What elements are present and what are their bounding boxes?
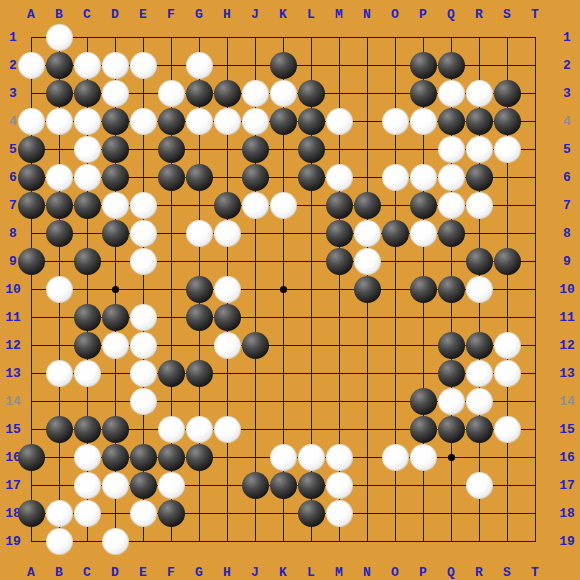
black-stone-E16[interactable]	[130, 444, 157, 471]
black-stone-D11[interactable]	[102, 304, 129, 331]
bottom-col-label-E: E	[139, 565, 147, 580]
bottom-col-label-H: H	[223, 565, 231, 580]
white-stone-E18[interactable]	[130, 500, 157, 527]
white-stone-C16[interactable]	[74, 444, 101, 471]
black-stone-R6[interactable]	[466, 164, 493, 191]
left-row-label-10: 10	[5, 282, 21, 297]
black-stone-P3[interactable]	[410, 80, 437, 107]
left-row-label-15: 15	[5, 422, 21, 437]
left-row-label-3: 3	[9, 86, 17, 101]
white-stone-B10[interactable]	[46, 276, 73, 303]
top-col-label-A: A	[27, 7, 35, 22]
white-stone-E8[interactable]	[130, 220, 157, 247]
white-stone-Q7[interactable]	[438, 192, 465, 219]
white-stone-G4[interactable]	[186, 108, 213, 135]
right-row-label-2: 2	[563, 58, 571, 73]
left-row-label-11: 11	[5, 310, 21, 325]
bottom-col-label-F: F	[167, 565, 175, 580]
black-stone-C3[interactable]	[74, 80, 101, 107]
black-stone-C7[interactable]	[74, 192, 101, 219]
black-stone-D8[interactable]	[102, 220, 129, 247]
top-col-label-N: N	[363, 7, 371, 22]
white-stone-C2[interactable]	[74, 52, 101, 79]
black-stone-G11[interactable]	[186, 304, 213, 331]
black-stone-F6[interactable]	[158, 164, 185, 191]
white-stone-S15[interactable]	[494, 416, 521, 443]
white-stone-E7[interactable]	[130, 192, 157, 219]
white-stone-P4[interactable]	[410, 108, 437, 135]
bottom-col-label-A: A	[27, 565, 35, 580]
white-stone-P6[interactable]	[410, 164, 437, 191]
hoshi-point	[112, 286, 119, 293]
top-col-label-O: O	[391, 7, 399, 22]
right-row-label-14: 14	[559, 394, 575, 409]
right-row-label-13: 13	[559, 366, 575, 381]
black-stone-D5[interactable]	[102, 136, 129, 163]
white-stone-D17[interactable]	[102, 472, 129, 499]
black-stone-D15[interactable]	[102, 416, 129, 443]
hoshi-point	[280, 286, 287, 293]
bottom-col-label-R: R	[475, 565, 483, 580]
white-stone-S12[interactable]	[494, 332, 521, 359]
top-col-label-C: C	[83, 7, 91, 22]
black-stone-B8[interactable]	[46, 220, 73, 247]
top-col-label-R: R	[475, 7, 483, 22]
black-stone-A5[interactable]	[18, 136, 45, 163]
black-stone-P7[interactable]	[410, 192, 437, 219]
white-stone-M18[interactable]	[326, 500, 353, 527]
black-stone-N7[interactable]	[354, 192, 381, 219]
white-stone-D3[interactable]	[102, 80, 129, 107]
go-board[interactable]: AABBCCDDEEFFGGHHJJKKLLMMNNOOPPQQRRSSTT11…	[0, 0, 580, 580]
top-col-label-G: G	[195, 7, 203, 22]
right-row-label-5: 5	[563, 142, 571, 157]
right-row-label-6: 6	[563, 170, 571, 185]
white-stone-C5[interactable]	[74, 136, 101, 163]
top-col-label-D: D	[111, 7, 119, 22]
black-stone-B2[interactable]	[46, 52, 73, 79]
right-row-label-3: 3	[563, 86, 571, 101]
black-stone-J17[interactable]	[242, 472, 269, 499]
white-stone-B19[interactable]	[46, 528, 73, 555]
white-stone-Q3[interactable]	[438, 80, 465, 107]
white-stone-S5[interactable]	[494, 136, 521, 163]
white-stone-A4[interactable]	[18, 108, 45, 135]
left-row-label-7: 7	[9, 198, 17, 213]
white-stone-J4[interactable]	[242, 108, 269, 135]
white-stone-K3[interactable]	[270, 80, 297, 107]
black-stone-J5[interactable]	[242, 136, 269, 163]
black-stone-H11[interactable]	[214, 304, 241, 331]
white-stone-P8[interactable]	[410, 220, 437, 247]
black-stone-Q2[interactable]	[438, 52, 465, 79]
white-stone-D7[interactable]	[102, 192, 129, 219]
white-stone-O4[interactable]	[382, 108, 409, 135]
white-stone-C17[interactable]	[74, 472, 101, 499]
white-stone-B18[interactable]	[46, 500, 73, 527]
white-stone-E12[interactable]	[130, 332, 157, 359]
left-row-label-6: 6	[9, 170, 17, 185]
hoshi-point	[448, 454, 455, 461]
right-row-label-9: 9	[563, 254, 571, 269]
black-stone-M7[interactable]	[326, 192, 353, 219]
bottom-col-label-D: D	[111, 565, 119, 580]
black-stone-H7[interactable]	[214, 192, 241, 219]
bottom-col-label-C: C	[83, 565, 91, 580]
black-stone-L6[interactable]	[298, 164, 325, 191]
black-stone-R12[interactable]	[466, 332, 493, 359]
black-stone-K17[interactable]	[270, 472, 297, 499]
white-stone-E14[interactable]	[130, 388, 157, 415]
bottom-col-label-K: K	[279, 565, 287, 580]
black-stone-S3[interactable]	[494, 80, 521, 107]
black-stone-Q4[interactable]	[438, 108, 465, 135]
bottom-col-label-Q: Q	[447, 565, 455, 580]
black-stone-Q13[interactable]	[438, 360, 465, 387]
grid-line-vertical	[535, 37, 536, 542]
bottom-col-label-J: J	[251, 565, 259, 580]
white-stone-H10[interactable]	[214, 276, 241, 303]
right-row-label-12: 12	[559, 338, 575, 353]
white-stone-M16[interactable]	[326, 444, 353, 471]
white-stone-E4[interactable]	[130, 108, 157, 135]
bottom-col-label-P: P	[419, 565, 427, 580]
black-stone-R15[interactable]	[466, 416, 493, 443]
top-col-label-K: K	[279, 7, 287, 22]
white-stone-Q6[interactable]	[438, 164, 465, 191]
white-stone-C18[interactable]	[74, 500, 101, 527]
white-stone-R14[interactable]	[466, 388, 493, 415]
top-col-label-E: E	[139, 7, 147, 22]
top-col-label-H: H	[223, 7, 231, 22]
top-col-label-T: T	[531, 7, 539, 22]
bottom-col-label-T: T	[531, 565, 539, 580]
black-stone-D16[interactable]	[102, 444, 129, 471]
white-stone-D12[interactable]	[102, 332, 129, 359]
left-row-label-2: 2	[9, 58, 17, 73]
black-stone-Q10[interactable]	[438, 276, 465, 303]
top-col-label-P: P	[419, 7, 427, 22]
black-stone-O8[interactable]	[382, 220, 409, 247]
black-stone-C11[interactable]	[74, 304, 101, 331]
black-stone-S9[interactable]	[494, 248, 521, 275]
white-stone-A2[interactable]	[18, 52, 45, 79]
black-stone-A9[interactable]	[18, 248, 45, 275]
black-stone-R4[interactable]	[466, 108, 493, 135]
right-row-label-19: 19	[559, 534, 575, 549]
white-stone-M17[interactable]	[326, 472, 353, 499]
black-stone-Q8[interactable]	[438, 220, 465, 247]
white-stone-H8[interactable]	[214, 220, 241, 247]
white-stone-E11[interactable]	[130, 304, 157, 331]
black-stone-H3[interactable]	[214, 80, 241, 107]
black-stone-F16[interactable]	[158, 444, 185, 471]
bottom-col-label-G: G	[195, 565, 203, 580]
white-stone-R7[interactable]	[466, 192, 493, 219]
white-stone-B13[interactable]	[46, 360, 73, 387]
black-stone-L17[interactable]	[298, 472, 325, 499]
white-stone-N9[interactable]	[354, 248, 381, 275]
white-stone-O16[interactable]	[382, 444, 409, 471]
white-stone-F15[interactable]	[158, 416, 185, 443]
left-row-label-5: 5	[9, 142, 17, 157]
white-stone-J3[interactable]	[242, 80, 269, 107]
black-stone-F4[interactable]	[158, 108, 185, 135]
black-stone-N10[interactable]	[354, 276, 381, 303]
black-stone-K2[interactable]	[270, 52, 297, 79]
black-stone-K4[interactable]	[270, 108, 297, 135]
black-stone-C12[interactable]	[74, 332, 101, 359]
top-col-label-B: B	[55, 7, 63, 22]
white-stone-Q14[interactable]	[438, 388, 465, 415]
top-col-label-S: S	[503, 7, 511, 22]
right-row-label-17: 17	[559, 478, 575, 493]
black-stone-Q15[interactable]	[438, 416, 465, 443]
white-stone-R3[interactable]	[466, 80, 493, 107]
bottom-col-label-L: L	[307, 565, 315, 580]
right-row-label-4: 4	[563, 114, 571, 129]
black-stone-F13[interactable]	[158, 360, 185, 387]
black-stone-C15[interactable]	[74, 416, 101, 443]
right-row-label-8: 8	[563, 226, 571, 241]
white-stone-K7[interactable]	[270, 192, 297, 219]
top-col-label-J: J	[251, 7, 259, 22]
white-stone-G15[interactable]	[186, 416, 213, 443]
white-stone-J7[interactable]	[242, 192, 269, 219]
white-stone-B6[interactable]	[46, 164, 73, 191]
white-stone-E2[interactable]	[130, 52, 157, 79]
white-stone-C6[interactable]	[74, 164, 101, 191]
black-stone-C9[interactable]	[74, 248, 101, 275]
black-stone-L4[interactable]	[298, 108, 325, 135]
white-stone-F17[interactable]	[158, 472, 185, 499]
black-stone-D4[interactable]	[102, 108, 129, 135]
black-stone-G16[interactable]	[186, 444, 213, 471]
top-col-label-Q: Q	[447, 7, 455, 22]
white-stone-Q5[interactable]	[438, 136, 465, 163]
white-stone-S13[interactable]	[494, 360, 521, 387]
white-stone-M6[interactable]	[326, 164, 353, 191]
black-stone-L3[interactable]	[298, 80, 325, 107]
black-stone-D6[interactable]	[102, 164, 129, 191]
black-stone-P10[interactable]	[410, 276, 437, 303]
right-row-label-7: 7	[563, 198, 571, 213]
left-row-label-9: 9	[9, 254, 17, 269]
black-stone-R9[interactable]	[466, 248, 493, 275]
white-stone-R13[interactable]	[466, 360, 493, 387]
black-stone-L5[interactable]	[298, 136, 325, 163]
black-stone-B15[interactable]	[46, 416, 73, 443]
right-row-label-1: 1	[563, 30, 571, 45]
left-row-label-4: 4	[9, 114, 17, 129]
black-stone-A18[interactable]	[18, 500, 45, 527]
white-stone-B4[interactable]	[46, 108, 73, 135]
bottom-col-label-O: O	[391, 565, 399, 580]
black-stone-G13[interactable]	[186, 360, 213, 387]
right-row-label-15: 15	[559, 422, 575, 437]
white-stone-R17[interactable]	[466, 472, 493, 499]
black-stone-A7[interactable]	[18, 192, 45, 219]
right-row-label-16: 16	[559, 450, 575, 465]
white-stone-O6[interactable]	[382, 164, 409, 191]
black-stone-G6[interactable]	[186, 164, 213, 191]
black-stone-E17[interactable]	[130, 472, 157, 499]
left-row-label-13: 13	[5, 366, 21, 381]
white-stone-C4[interactable]	[74, 108, 101, 135]
black-stone-F18[interactable]	[158, 500, 185, 527]
left-row-label-8: 8	[9, 226, 17, 241]
white-stone-B1[interactable]	[46, 24, 73, 51]
right-row-label-18: 18	[559, 506, 575, 521]
white-stone-R5[interactable]	[466, 136, 493, 163]
black-stone-M9[interactable]	[326, 248, 353, 275]
black-stone-Q12[interactable]	[438, 332, 465, 359]
left-row-label-1: 1	[9, 30, 17, 45]
white-stone-H4[interactable]	[214, 108, 241, 135]
left-row-label-12: 12	[5, 338, 21, 353]
white-stone-K16[interactable]	[270, 444, 297, 471]
black-stone-G10[interactable]	[186, 276, 213, 303]
white-stone-C13[interactable]	[74, 360, 101, 387]
top-col-label-F: F	[167, 7, 175, 22]
white-stone-G8[interactable]	[186, 220, 213, 247]
white-stone-L16[interactable]	[298, 444, 325, 471]
bottom-col-label-S: S	[503, 565, 511, 580]
black-stone-G3[interactable]	[186, 80, 213, 107]
bottom-col-label-M: M	[335, 565, 343, 580]
white-stone-G2[interactable]	[186, 52, 213, 79]
left-row-label-17: 17	[5, 478, 21, 493]
white-stone-N8[interactable]	[354, 220, 381, 247]
black-stone-L18[interactable]	[298, 500, 325, 527]
white-stone-F3[interactable]	[158, 80, 185, 107]
right-row-label-10: 10	[559, 282, 575, 297]
white-stone-E13[interactable]	[130, 360, 157, 387]
black-stone-J12[interactable]	[242, 332, 269, 359]
bottom-col-label-B: B	[55, 565, 63, 580]
top-col-label-L: L	[307, 7, 315, 22]
black-stone-A16[interactable]	[18, 444, 45, 471]
black-stone-S4[interactable]	[494, 108, 521, 135]
top-col-label-M: M	[335, 7, 343, 22]
black-stone-B7[interactable]	[46, 192, 73, 219]
white-stone-H15[interactable]	[214, 416, 241, 443]
black-stone-B3[interactable]	[46, 80, 73, 107]
white-stone-P16[interactable]	[410, 444, 437, 471]
bottom-col-label-N: N	[363, 565, 371, 580]
black-stone-P15[interactable]	[410, 416, 437, 443]
black-stone-P14[interactable]	[410, 388, 437, 415]
black-stone-F5[interactable]	[158, 136, 185, 163]
white-stone-R10[interactable]	[466, 276, 493, 303]
right-row-label-11: 11	[559, 310, 575, 325]
black-stone-J6[interactable]	[242, 164, 269, 191]
white-stone-D2[interactable]	[102, 52, 129, 79]
white-stone-E9[interactable]	[130, 248, 157, 275]
left-row-label-14: 14	[5, 394, 21, 409]
white-stone-D19[interactable]	[102, 528, 129, 555]
white-stone-H12[interactable]	[214, 332, 241, 359]
black-stone-M8[interactable]	[326, 220, 353, 247]
black-stone-A6[interactable]	[18, 164, 45, 191]
black-stone-P2[interactable]	[410, 52, 437, 79]
white-stone-M4[interactable]	[326, 108, 353, 135]
left-row-label-19: 19	[5, 534, 21, 549]
